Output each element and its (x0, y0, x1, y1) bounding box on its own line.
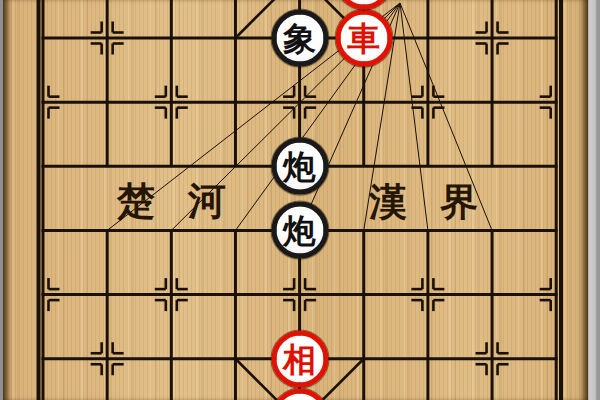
black-cannon-lower[interactable]: 炮 (271, 202, 328, 259)
black-cannon-upper-glyph: 炮 (283, 150, 316, 183)
red-chariot-glyph: 車 (347, 22, 380, 55)
black-cannon-upper[interactable]: 炮 (271, 138, 328, 195)
red-piece-cropped-bottom[interactable] (271, 388, 328, 400)
red-piece-cropped-top[interactable] (335, 0, 392, 9)
piece-layer: 象車炮炮相 (0, 0, 600, 400)
red-elephant[interactable]: 相 (271, 330, 328, 387)
black-elephant-glyph: 象 (283, 22, 316, 55)
red-chariot[interactable]: 車 (335, 10, 392, 67)
page-background: 楚 河 漢 界 象車炮炮相 (0, 0, 600, 400)
black-elephant[interactable]: 象 (271, 10, 328, 67)
black-cannon-lower-glyph: 炮 (283, 214, 316, 247)
red-elephant-glyph: 相 (283, 342, 316, 375)
